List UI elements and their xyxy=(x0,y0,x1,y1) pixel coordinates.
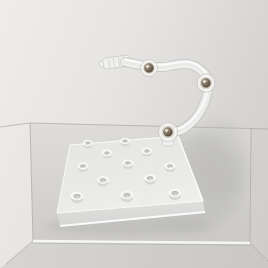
base-hole xyxy=(142,148,151,156)
base-hole xyxy=(78,163,88,172)
joint-screw xyxy=(201,78,210,87)
base-hole xyxy=(71,192,83,203)
base-hole xyxy=(123,160,133,169)
joint-screw xyxy=(144,63,153,72)
base-hole xyxy=(84,140,93,148)
base-hole xyxy=(102,150,111,158)
stand-base-plate xyxy=(57,136,205,226)
arm-joint xyxy=(197,74,215,92)
joint-screw xyxy=(163,127,172,136)
arm-joint xyxy=(159,123,178,142)
scene-svg xyxy=(0,0,268,268)
base-hole xyxy=(98,177,109,187)
base-hole xyxy=(145,175,156,185)
base-hole xyxy=(165,163,175,172)
base-hole xyxy=(169,189,181,200)
arm-joint xyxy=(141,60,158,77)
product-photo xyxy=(0,0,268,268)
base-hole xyxy=(121,191,133,202)
base-hole xyxy=(121,138,130,146)
